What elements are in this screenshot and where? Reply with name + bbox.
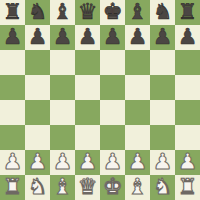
square-b6[interactable] bbox=[25, 50, 50, 75]
square-g2[interactable]: ♟ bbox=[150, 150, 175, 175]
piece-black-pawn[interactable]: ♟ bbox=[153, 25, 173, 49]
square-b8[interactable]: ♞ bbox=[25, 0, 50, 25]
piece-black-pawn[interactable]: ♟ bbox=[53, 25, 73, 49]
square-f8[interactable]: ♝ bbox=[125, 0, 150, 25]
square-c4[interactable] bbox=[50, 100, 75, 125]
square-c7[interactable]: ♟ bbox=[50, 25, 75, 50]
piece-white-pawn[interactable]: ♟ bbox=[28, 150, 48, 174]
piece-black-pawn[interactable]: ♟ bbox=[178, 25, 198, 49]
piece-black-king[interactable]: ♚ bbox=[103, 0, 123, 24]
piece-white-pawn[interactable]: ♟ bbox=[128, 150, 148, 174]
square-f2[interactable]: ♟ bbox=[125, 150, 150, 175]
square-g5[interactable] bbox=[150, 75, 175, 100]
square-f6[interactable] bbox=[125, 50, 150, 75]
square-d6[interactable] bbox=[75, 50, 100, 75]
square-c5[interactable] bbox=[50, 75, 75, 100]
square-a2[interactable]: ♟ bbox=[0, 150, 25, 175]
piece-black-rook[interactable]: ♜ bbox=[178, 0, 198, 24]
square-g4[interactable] bbox=[150, 100, 175, 125]
piece-white-knight[interactable]: ♞ bbox=[28, 175, 48, 199]
square-e2[interactable]: ♟ bbox=[100, 150, 125, 175]
square-g7[interactable]: ♟ bbox=[150, 25, 175, 50]
square-d8[interactable]: ♛ bbox=[75, 0, 100, 25]
square-e3[interactable] bbox=[100, 125, 125, 150]
square-h4[interactable] bbox=[175, 100, 200, 125]
piece-white-queen[interactable]: ♛ bbox=[78, 175, 98, 199]
square-h5[interactable] bbox=[175, 75, 200, 100]
square-e4[interactable] bbox=[100, 100, 125, 125]
square-e8[interactable]: ♚ bbox=[100, 0, 125, 25]
square-g1[interactable]: ♞ bbox=[150, 175, 175, 200]
square-e7[interactable]: ♟ bbox=[100, 25, 125, 50]
square-c6[interactable] bbox=[50, 50, 75, 75]
piece-black-pawn[interactable]: ♟ bbox=[128, 25, 148, 49]
square-h8[interactable]: ♜ bbox=[175, 0, 200, 25]
piece-black-queen[interactable]: ♛ bbox=[78, 0, 98, 24]
piece-white-pawn[interactable]: ♟ bbox=[78, 150, 98, 174]
square-c2[interactable]: ♟ bbox=[50, 150, 75, 175]
piece-black-pawn[interactable]: ♟ bbox=[3, 25, 23, 49]
square-f5[interactable] bbox=[125, 75, 150, 100]
piece-white-pawn[interactable]: ♟ bbox=[153, 150, 173, 174]
square-d5[interactable] bbox=[75, 75, 100, 100]
square-b2[interactable]: ♟ bbox=[25, 150, 50, 175]
piece-black-rook[interactable]: ♜ bbox=[3, 0, 23, 24]
square-a7[interactable]: ♟ bbox=[0, 25, 25, 50]
square-h6[interactable] bbox=[175, 50, 200, 75]
square-h1[interactable]: ♜ bbox=[175, 175, 200, 200]
piece-black-bishop[interactable]: ♝ bbox=[53, 0, 73, 24]
square-d3[interactable] bbox=[75, 125, 100, 150]
piece-white-pawn[interactable]: ♟ bbox=[103, 150, 123, 174]
square-f7[interactable]: ♟ bbox=[125, 25, 150, 50]
square-b4[interactable] bbox=[25, 100, 50, 125]
square-b5[interactable] bbox=[25, 75, 50, 100]
piece-white-bishop[interactable]: ♝ bbox=[128, 175, 148, 199]
square-d2[interactable]: ♟ bbox=[75, 150, 100, 175]
piece-black-pawn[interactable]: ♟ bbox=[78, 25, 98, 49]
square-c1[interactable]: ♝ bbox=[50, 175, 75, 200]
square-a6[interactable] bbox=[0, 50, 25, 75]
piece-black-bishop[interactable]: ♝ bbox=[128, 0, 148, 24]
square-e1[interactable]: ♚ bbox=[100, 175, 125, 200]
piece-white-rook[interactable]: ♜ bbox=[178, 175, 198, 199]
square-a4[interactable] bbox=[0, 100, 25, 125]
square-d7[interactable]: ♟ bbox=[75, 25, 100, 50]
square-g8[interactable]: ♞ bbox=[150, 0, 175, 25]
square-h3[interactable] bbox=[175, 125, 200, 150]
chess-board: ♜♞♝♛♚♝♞♜♟♟♟♟♟♟♟♟♟♟♟♟♟♟♟♟♜♞♝♛♚♝♞♜ bbox=[0, 0, 200, 200]
square-b3[interactable] bbox=[25, 125, 50, 150]
piece-white-knight[interactable]: ♞ bbox=[153, 175, 173, 199]
piece-white-pawn[interactable]: ♟ bbox=[178, 150, 198, 174]
piece-black-knight[interactable]: ♞ bbox=[28, 0, 48, 24]
square-f3[interactable] bbox=[125, 125, 150, 150]
piece-black-pawn[interactable]: ♟ bbox=[28, 25, 48, 49]
square-h2[interactable]: ♟ bbox=[175, 150, 200, 175]
square-c3[interactable] bbox=[50, 125, 75, 150]
square-d1[interactable]: ♛ bbox=[75, 175, 100, 200]
piece-white-rook[interactable]: ♜ bbox=[3, 175, 23, 199]
square-a1[interactable]: ♜ bbox=[0, 175, 25, 200]
piece-white-king[interactable]: ♚ bbox=[103, 175, 123, 199]
square-g6[interactable] bbox=[150, 50, 175, 75]
square-f4[interactable] bbox=[125, 100, 150, 125]
square-f1[interactable]: ♝ bbox=[125, 175, 150, 200]
piece-white-bishop[interactable]: ♝ bbox=[53, 175, 73, 199]
piece-black-knight[interactable]: ♞ bbox=[153, 0, 173, 24]
square-e6[interactable] bbox=[100, 50, 125, 75]
piece-white-pawn[interactable]: ♟ bbox=[53, 150, 73, 174]
square-h7[interactable]: ♟ bbox=[175, 25, 200, 50]
piece-white-pawn[interactable]: ♟ bbox=[3, 150, 23, 174]
square-a3[interactable] bbox=[0, 125, 25, 150]
square-a5[interactable] bbox=[0, 75, 25, 100]
square-b7[interactable]: ♟ bbox=[25, 25, 50, 50]
piece-black-pawn[interactable]: ♟ bbox=[103, 25, 123, 49]
square-c8[interactable]: ♝ bbox=[50, 0, 75, 25]
square-b1[interactable]: ♞ bbox=[25, 175, 50, 200]
square-a8[interactable]: ♜ bbox=[0, 0, 25, 25]
square-e5[interactable] bbox=[100, 75, 125, 100]
square-d4[interactable] bbox=[75, 100, 100, 125]
square-g3[interactable] bbox=[150, 125, 175, 150]
